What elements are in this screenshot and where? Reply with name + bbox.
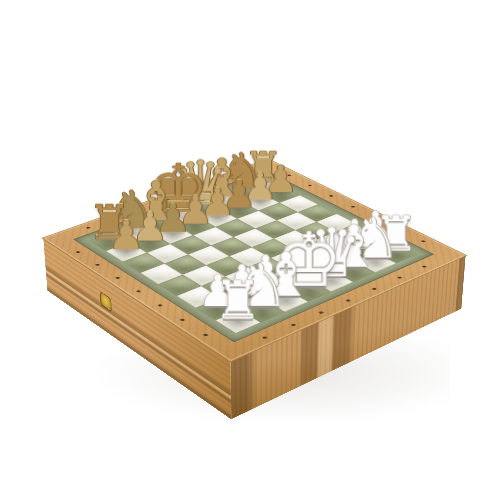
chess-set-photo: ♜♟♟♜♞♟♟♞♝♟♟♝♛♟♟♛♚♟♟♚♝♟♟♝♞♟♟♞♜♟♟♜ xyxy=(0,0,500,500)
black-pawn-icon: ♟ xyxy=(108,215,144,255)
chess-box: ♜♟♟♜♞♟♟♞♝♟♟♝♛♟♟♛♚♟♟♚♝♟♟♝♞♟♟♞♜♟♟♜ xyxy=(43,158,466,360)
square xyxy=(123,253,165,273)
white-rook-icon: ♜ xyxy=(214,273,261,326)
brass-latch-icon xyxy=(100,291,112,312)
square: ♜ xyxy=(215,310,260,333)
